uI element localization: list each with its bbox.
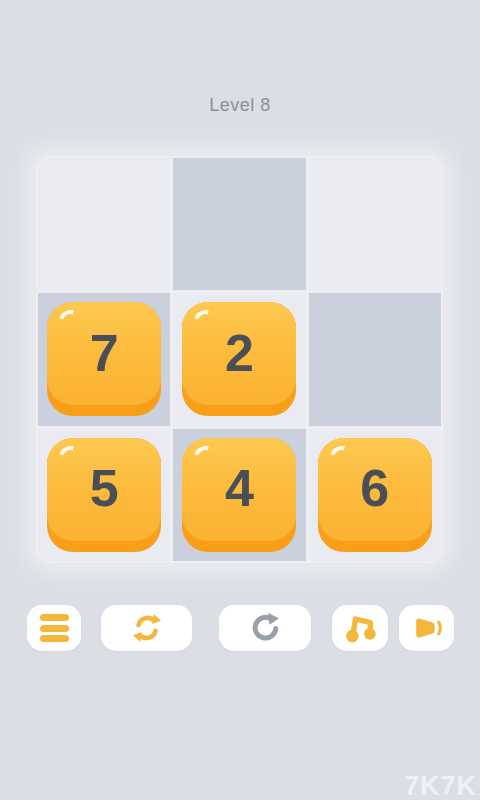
tile-number: 2 [225, 327, 254, 379]
7k7k-watermark: 7K7K [404, 771, 477, 800]
tile-4[interactable]: 4 [182, 438, 296, 552]
redo-button[interactable] [219, 605, 311, 651]
tile-number: 5 [90, 462, 119, 514]
cell-r2c1: 4 [173, 429, 305, 561]
rotate-clockwise-icon [247, 610, 283, 646]
cell-r1c2 [309, 293, 441, 425]
cell-r0c1 [173, 158, 305, 290]
menu-button[interactable] [27, 605, 81, 651]
cell-r0c0 [38, 158, 170, 290]
cell-r1c0: 7 [38, 293, 170, 425]
tile-5[interactable]: 5 [47, 438, 161, 552]
cell-r2c2: 6 [309, 429, 441, 561]
cell-r0c2 [309, 158, 441, 290]
hamburger-icon [40, 614, 69, 642]
music-button[interactable] [332, 605, 388, 651]
tile-7[interactable]: 7 [47, 302, 161, 416]
speaker-icon [409, 610, 445, 646]
tile-2[interactable]: 2 [182, 302, 296, 416]
cell-r2c0: 5 [38, 429, 170, 561]
music-note-icon [342, 610, 378, 646]
level-label: Level 8 [0, 95, 480, 116]
sound-button[interactable] [399, 605, 454, 651]
sync-icon [130, 611, 164, 645]
tile-6[interactable]: 6 [318, 438, 432, 552]
restart-button[interactable] [101, 605, 192, 651]
tile-number: 7 [90, 327, 119, 379]
cell-r1c1: 2 [173, 293, 305, 425]
tile-number: 6 [360, 462, 389, 514]
tile-number: 4 [225, 462, 254, 514]
board: 72546 [36, 156, 443, 563]
